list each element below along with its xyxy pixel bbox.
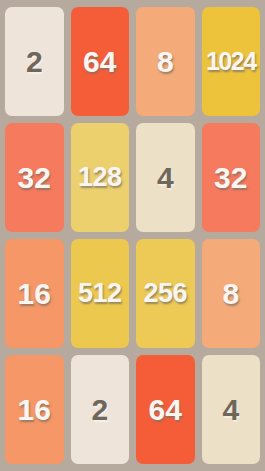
tile-64-r1c2: 64 [71, 7, 130, 116]
tile-1024-r1c4: 1024 [202, 7, 261, 116]
tile-256-r3c3: 256 [136, 239, 195, 348]
tile-8-r3c4: 8 [202, 239, 261, 348]
tile-8-r1c3: 8 [136, 7, 195, 116]
tile-128-r2c2: 128 [71, 123, 130, 232]
tile-64-r4c3: 64 [136, 355, 195, 464]
tile-16-r4c1: 16 [5, 355, 64, 464]
tile-4-r4c4: 4 [202, 355, 261, 464]
tile-512-r3c2: 512 [71, 239, 130, 348]
game-screen-2048: 2648102432128432165122568162644 [0, 0, 265, 471]
tile-32-r2c4: 32 [202, 123, 261, 232]
tile-2-r4c2: 2 [71, 355, 130, 464]
tile-2-r1c1: 2 [5, 7, 64, 116]
tile-16-r3c1: 16 [5, 239, 64, 348]
tile-32-r2c1: 32 [5, 123, 64, 232]
tile-4-r2c3: 4 [136, 123, 195, 232]
board-2048[interactable]: 2648102432128432165122568162644 [0, 0, 265, 471]
